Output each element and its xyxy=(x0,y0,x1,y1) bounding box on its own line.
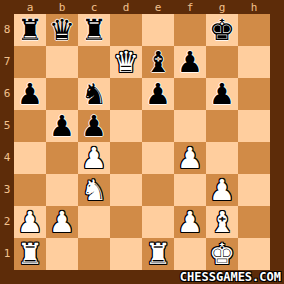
square-b5: ♟ xyxy=(46,110,78,142)
white-pawn: ♟ xyxy=(49,206,75,238)
square-b4 xyxy=(46,142,78,174)
square-b7 xyxy=(46,46,78,78)
black-king: ♚ xyxy=(209,14,235,46)
white-pawn: ♟ xyxy=(81,142,107,174)
square-d8 xyxy=(110,14,142,46)
square-e1: ♜ xyxy=(142,238,174,270)
square-h5 xyxy=(238,110,270,142)
black-pawn: ♟ xyxy=(177,46,203,78)
white-pawn: ♟ xyxy=(177,206,203,238)
square-b8: ♛ xyxy=(46,14,78,46)
file-label-a: a xyxy=(14,1,46,14)
file-label-c: c xyxy=(78,1,110,14)
square-d3 xyxy=(110,174,142,206)
square-a5 xyxy=(14,110,46,142)
black-rook: ♜ xyxy=(17,14,43,46)
square-e6: ♟ xyxy=(142,78,174,110)
square-c1 xyxy=(78,238,110,270)
square-h4 xyxy=(238,142,270,174)
square-a3 xyxy=(14,174,46,206)
chess-board: ♜♛♜♚♛♝♟♟♞♟♟♟♟♟♟♞♟♟♟♟♝♜♜♚ xyxy=(14,14,270,270)
square-g4 xyxy=(206,142,238,174)
square-b3 xyxy=(46,174,78,206)
square-d2 xyxy=(110,206,142,238)
file-label-e: e xyxy=(142,1,174,14)
rank-label-2: 2 xyxy=(0,206,14,238)
black-queen: ♛ xyxy=(49,14,75,46)
white-bishop: ♝ xyxy=(209,206,235,238)
rank-label-1: 1 xyxy=(0,238,14,270)
black-bishop: ♝ xyxy=(145,46,171,78)
square-g3: ♟ xyxy=(206,174,238,206)
square-f6 xyxy=(174,78,206,110)
white-pawn: ♟ xyxy=(17,206,43,238)
square-c6: ♞ xyxy=(78,78,110,110)
square-f3 xyxy=(174,174,206,206)
square-d7: ♛ xyxy=(110,46,142,78)
rank-label-8: 8 xyxy=(0,14,14,46)
square-d5 xyxy=(110,110,142,142)
rank-label-5: 5 xyxy=(0,110,14,142)
square-a1: ♜ xyxy=(14,238,46,270)
file-label-f: f xyxy=(174,1,206,14)
white-rook: ♜ xyxy=(17,238,43,270)
file-label-h: h xyxy=(238,1,270,14)
black-pawn: ♟ xyxy=(81,110,107,142)
square-h7 xyxy=(238,46,270,78)
square-d6 xyxy=(110,78,142,110)
rank-label-7: 7 xyxy=(0,46,14,78)
square-b2: ♟ xyxy=(46,206,78,238)
black-pawn: ♟ xyxy=(49,110,75,142)
square-h6 xyxy=(238,78,270,110)
square-g1: ♚ xyxy=(206,238,238,270)
square-h2 xyxy=(238,206,270,238)
square-h8 xyxy=(238,14,270,46)
square-g8: ♚ xyxy=(206,14,238,46)
square-a6: ♟ xyxy=(14,78,46,110)
square-e2 xyxy=(142,206,174,238)
square-g2: ♝ xyxy=(206,206,238,238)
file-label-d: d xyxy=(110,1,142,14)
square-c5: ♟ xyxy=(78,110,110,142)
square-e8 xyxy=(142,14,174,46)
square-d4 xyxy=(110,142,142,174)
square-h1 xyxy=(238,238,270,270)
square-f5 xyxy=(174,110,206,142)
square-c8: ♜ xyxy=(78,14,110,46)
black-pawn: ♟ xyxy=(17,78,43,110)
white-queen: ♛ xyxy=(113,46,139,78)
square-g7 xyxy=(206,46,238,78)
square-c3: ♞ xyxy=(78,174,110,206)
square-e4 xyxy=(142,142,174,174)
file-label-g: g xyxy=(206,1,238,14)
site-watermark: CHESSGAMES.COM xyxy=(180,270,281,284)
square-a8: ♜ xyxy=(14,14,46,46)
black-pawn: ♟ xyxy=(209,78,235,110)
square-c4: ♟ xyxy=(78,142,110,174)
file-label-b: b xyxy=(46,1,78,14)
square-e5 xyxy=(142,110,174,142)
black-rook: ♜ xyxy=(81,14,107,46)
white-knight: ♞ xyxy=(81,174,107,206)
square-d1 xyxy=(110,238,142,270)
square-e7: ♝ xyxy=(142,46,174,78)
square-f4: ♟ xyxy=(174,142,206,174)
square-b1 xyxy=(46,238,78,270)
white-rook: ♜ xyxy=(145,238,171,270)
square-b6 xyxy=(46,78,78,110)
square-e3 xyxy=(142,174,174,206)
white-king: ♚ xyxy=(209,238,235,270)
square-f8 xyxy=(174,14,206,46)
square-a4 xyxy=(14,142,46,174)
square-h3 xyxy=(238,174,270,206)
rank-label-4: 4 xyxy=(0,142,14,174)
rank-label-3: 3 xyxy=(0,174,14,206)
square-c7 xyxy=(78,46,110,78)
square-a2: ♟ xyxy=(14,206,46,238)
square-c2 xyxy=(78,206,110,238)
rank-label-6: 6 xyxy=(0,78,14,110)
square-g5 xyxy=(206,110,238,142)
square-f7: ♟ xyxy=(174,46,206,78)
white-pawn: ♟ xyxy=(209,174,235,206)
black-pawn: ♟ xyxy=(145,78,171,110)
black-knight: ♞ xyxy=(81,78,107,110)
square-f1 xyxy=(174,238,206,270)
square-g6: ♟ xyxy=(206,78,238,110)
square-a7 xyxy=(14,46,46,78)
white-pawn: ♟ xyxy=(177,142,203,174)
chess-diagram: ♜♛♜♚♛♝♟♟♞♟♟♟♟♟♟♞♟♟♟♟♝♜♜♚ CHESSGAMES.COM … xyxy=(0,0,284,284)
square-f2: ♟ xyxy=(174,206,206,238)
